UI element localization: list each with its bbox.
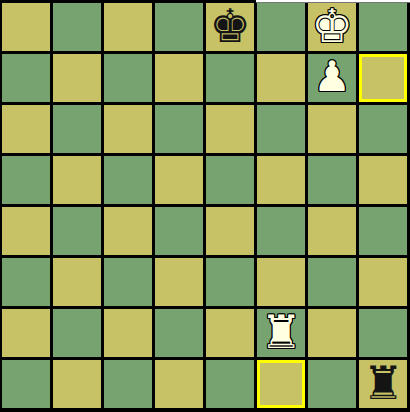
square-g8[interactable]: ♚ (308, 3, 356, 51)
square-a6[interactable] (2, 105, 50, 153)
square-d2[interactable] (155, 309, 203, 357)
square-e8[interactable]: ♚ (206, 3, 254, 51)
square-e4[interactable] (206, 207, 254, 255)
square-h7-highlighted[interactable] (359, 54, 407, 102)
square-e1[interactable] (206, 360, 254, 408)
square-e2[interactable] (206, 309, 254, 357)
square-g3[interactable] (308, 258, 356, 306)
square-g5[interactable] (308, 156, 356, 204)
square-f1-highlighted[interactable] (257, 360, 305, 408)
square-a8[interactable] (2, 3, 50, 51)
square-g1[interactable] (308, 360, 356, 408)
square-b6[interactable] (53, 105, 101, 153)
square-c5[interactable] (104, 156, 152, 204)
square-f3[interactable] (257, 258, 305, 306)
square-h2[interactable] (359, 309, 407, 357)
square-d5[interactable] (155, 156, 203, 204)
square-c8[interactable] (104, 3, 152, 51)
square-c7[interactable] (104, 54, 152, 102)
square-h6[interactable] (359, 105, 407, 153)
square-c4[interactable] (104, 207, 152, 255)
square-d6[interactable] (155, 105, 203, 153)
square-d8[interactable] (155, 3, 203, 51)
square-g2[interactable] (308, 309, 356, 357)
chess-board: ♚♚♟♜♜ (2, 3, 407, 408)
black-rook-h1[interactable]: ♜ (362, 360, 403, 406)
square-f5[interactable] (257, 156, 305, 204)
square-g4[interactable] (308, 207, 356, 255)
square-b5[interactable] (53, 156, 101, 204)
square-h3[interactable] (359, 258, 407, 306)
square-e7[interactable] (206, 54, 254, 102)
square-b1[interactable] (53, 360, 101, 408)
square-c6[interactable] (104, 105, 152, 153)
square-a3[interactable] (2, 258, 50, 306)
square-b4[interactable] (53, 207, 101, 255)
white-rook-f2[interactable]: ♜ (260, 309, 301, 355)
square-b2[interactable] (53, 309, 101, 357)
square-f4[interactable] (257, 207, 305, 255)
window-edge-artifact (256, 0, 410, 3)
square-c1[interactable] (104, 360, 152, 408)
square-b3[interactable] (53, 258, 101, 306)
square-f2[interactable]: ♜ (257, 309, 305, 357)
square-a7[interactable] (2, 54, 50, 102)
square-e3[interactable] (206, 258, 254, 306)
white-pawn-g7[interactable]: ♟ (313, 56, 351, 98)
square-h4[interactable] (359, 207, 407, 255)
square-d1[interactable] (155, 360, 203, 408)
square-a1[interactable] (2, 360, 50, 408)
square-d3[interactable] (155, 258, 203, 306)
black-king-e8[interactable]: ♚ (209, 3, 250, 49)
square-g6[interactable] (308, 105, 356, 153)
square-d7[interactable] (155, 54, 203, 102)
square-a4[interactable] (2, 207, 50, 255)
square-g7[interactable]: ♟ (308, 54, 356, 102)
square-a5[interactable] (2, 156, 50, 204)
square-e6[interactable] (206, 105, 254, 153)
square-e5[interactable] (206, 156, 254, 204)
square-f6[interactable] (257, 105, 305, 153)
square-h1[interactable]: ♜ (359, 360, 407, 408)
square-a2[interactable] (2, 309, 50, 357)
square-h8[interactable] (359, 3, 407, 51)
square-c2[interactable] (104, 309, 152, 357)
square-f8[interactable] (257, 3, 305, 51)
square-b7[interactable] (53, 54, 101, 102)
square-c3[interactable] (104, 258, 152, 306)
square-d4[interactable] (155, 207, 203, 255)
white-king-g8[interactable]: ♚ (311, 3, 352, 49)
chess-app-window: ♚♚♟♜♜ (0, 0, 410, 412)
square-f7[interactable] (257, 54, 305, 102)
square-h5[interactable] (359, 156, 407, 204)
square-b8[interactable] (53, 3, 101, 51)
